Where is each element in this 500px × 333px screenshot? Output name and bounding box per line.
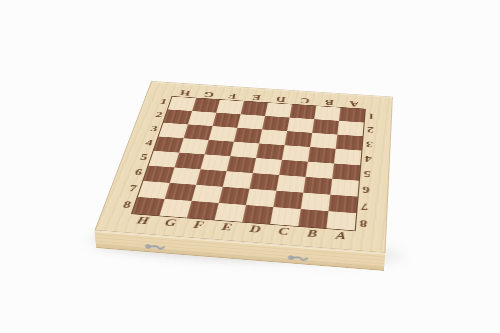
square-c7 [273,191,303,209]
rank-label-right-6: 6 [359,181,389,199]
square-c8 [270,207,301,226]
square-d8 [242,205,273,224]
square-e6 [223,171,253,189]
square-f5 [200,154,230,171]
photo-background: HGFEDCBA HGFEDCBA 12345678 12345678 [0,0,500,333]
file-label-near-d: D [238,223,270,244]
square-d6 [249,173,279,191]
square-f8 [187,201,219,220]
rank-label-left-8: 8 [102,195,137,214]
file-label-near-h: H [124,214,158,235]
square-h6 [143,166,174,183]
square-d7 [246,189,276,207]
square-b5 [306,162,334,179]
file-label-near-b: B [296,227,327,248]
square-b6 [303,177,332,195]
rank-label-right-8: 8 [356,214,387,234]
clasp-icon-right [287,250,309,260]
square-a4 [334,149,361,166]
square-b8 [298,209,328,228]
board-top-face: HGFEDCBA HGFEDCBA 12345678 12345678 [94,81,392,253]
rank-label-left-6: 6 [114,164,148,182]
file-label-near-f: F [181,218,214,239]
square-g7 [165,183,196,201]
rank-label-right-7: 7 [357,197,388,216]
square-f6 [196,169,226,186]
board-grid [131,96,366,231]
square-g8 [159,199,191,218]
chess-board: HGFEDCBA HGFEDCBA 12345678 12345678 [94,81,392,253]
file-label-near-a: A [325,229,356,251]
rank-label-right-4: 4 [361,150,390,167]
rank-label-left-5: 5 [120,149,153,166]
square-a6 [330,179,359,197]
square-a7 [328,195,357,214]
square-d5 [253,158,282,175]
rank-label-left-7: 7 [108,179,142,197]
rank-label-right-5: 5 [360,165,390,183]
square-a5 [332,163,360,180]
square-f7 [192,185,223,203]
square-e7 [219,187,250,205]
square-e8 [215,203,246,222]
file-label-near-c: C [267,225,299,246]
file-label-near-g: G [153,216,187,237]
square-c6 [276,175,305,193]
square-c5 [279,160,308,177]
square-b4 [308,147,336,164]
square-h7 [138,181,170,199]
square-g5 [174,153,204,170]
square-e5 [227,156,256,173]
square-c4 [282,145,310,161]
scene: HGFEDCBA HGFEDCBA 12345678 12345678 [0,0,500,333]
clasp-icon-left [144,238,166,248]
square-a8 [326,211,356,230]
square-h8 [132,197,165,216]
square-h5 [149,151,180,168]
file-label-near-e: E [209,220,242,241]
square-g6 [170,167,201,184]
square-b7 [301,193,331,211]
